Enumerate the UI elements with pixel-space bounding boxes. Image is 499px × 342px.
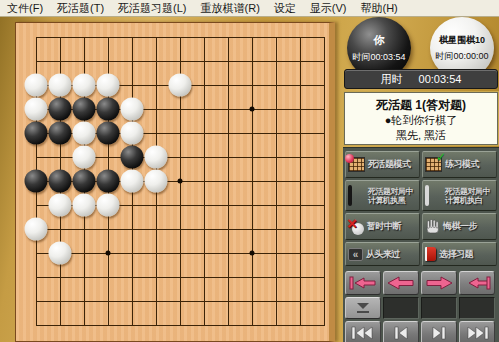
elapsed-label: 用时 [381,72,403,87]
cancel-stone-icon: × [348,219,364,235]
black-player-time: 时间00:03:54 [352,51,405,64]
black-stone [121,146,144,169]
back-button[interactable] [383,271,419,295]
jump-last-button[interactable] [459,271,495,295]
white-stone [49,74,72,97]
skip-to-end-icon [462,325,492,341]
problem-info-box: 死活题 1(答对题) ●轮到你行棋了 黑先, 黑活 [344,92,498,145]
white-stone [145,170,168,193]
pause-button[interactable]: × 暂时中断 [345,213,420,240]
white-stone [49,194,72,217]
black-computer-icon [348,187,365,205]
right-arrow-icon [424,275,454,291]
problem-title: 死活题 1(答对题) [345,97,497,113]
turn-status: ●轮到你行棋了 [345,113,497,128]
menu-view[interactable]: 显示(V) [303,0,354,17]
hand-icon [425,219,440,234]
board-red-stone-icon [348,157,365,172]
jump-first-button[interactable] [345,271,381,295]
white-stone [169,74,192,97]
menu-help[interactable]: 帮助(H) [354,0,405,17]
menu-replay-record[interactable]: 重放棋谱(R) [194,0,267,17]
black-stone [49,122,72,145]
black-stone [73,98,96,121]
menu-problem-exercises[interactable]: 死活题习题(L) [111,0,193,17]
menu-problems[interactable]: 死活题(T) [50,0,111,17]
bar-left-arrow-icon [348,275,378,291]
board-check-icon: ✓ [425,157,442,172]
white-stone [73,146,96,169]
restart-icon: « [348,248,363,261]
white-stone [73,122,96,145]
white-stone [97,194,120,217]
elapsed-time-bar: 用时 00:03:54 [344,69,498,89]
step-back-icon [386,325,416,341]
black-stone [97,122,120,145]
select-exercise-button[interactable]: 选择习题 [422,242,497,266]
white-stone [25,98,48,121]
white-stone [97,74,120,97]
white-stone [25,218,48,241]
white-stone [121,170,144,193]
left-arrow-icon [386,275,416,291]
side-panel: 你 时间00:03:54 棋星围棋10 时间00:00:00 用时 00:03:… [343,17,499,342]
forward-button[interactable] [421,271,457,295]
white-computer-icon [425,187,442,205]
star-point [106,251,111,256]
menu-settings[interactable]: 设定 [267,0,303,17]
restart-button[interactable]: « 从头来过 [345,242,420,266]
empty-slot [421,297,457,319]
star-point [250,107,255,112]
jump-end-button[interactable] [459,321,495,342]
white-stone [73,74,96,97]
computer-plays-black-button[interactable]: 死活题对局中 计算机执黑 [345,180,420,211]
app-window: 文件(F) 死活题(T) 死活题习题(L) 重放棋谱(R) 设定 显示(V) 帮… [0,0,499,342]
arrow-bar-right-icon [462,275,492,291]
menu-file[interactable]: 文件(F) [0,0,50,17]
go-board[interactable] [15,22,335,342]
white-player-time: 时间00:00:00 [435,50,488,63]
step-forward-icon [424,325,454,341]
white-stone [49,242,72,265]
black-player-name: 你 [374,33,385,48]
computer-plays-white-button[interactable]: 死活题对局中 计算机执白 [422,180,497,211]
undo-move-button[interactable]: 悔棋一步 [422,213,497,240]
jump-start-button[interactable] [345,321,381,342]
empty-slot [459,297,495,319]
black-stone [97,98,120,121]
elapsed-value: 00:03:54 [419,73,462,85]
black-stone [49,98,72,121]
empty-slot [383,297,419,319]
black-stone [49,170,72,193]
skip-to-start-icon [348,325,378,341]
problem-task: 黑先, 黑活 [345,128,497,143]
menu-bar: 文件(F) 死活题(T) 死活题习题(L) 重放棋谱(R) 设定 显示(V) 帮… [0,0,499,17]
black-stone [73,170,96,193]
black-stone [25,170,48,193]
black-stone [25,122,48,145]
star-point [178,179,183,184]
white-player-name: 棋星围棋10 [439,34,485,47]
triangle-bar-down-icon [353,301,373,315]
step-forward-button[interactable] [421,321,457,342]
white-stone [145,146,168,169]
black-stone [97,170,120,193]
white-stone [25,74,48,97]
step-back-button[interactable] [383,321,419,342]
problem-mode-button[interactable]: 死活题模式 [345,151,420,178]
white-stone [73,194,96,217]
red-book-icon [425,247,436,261]
practice-mode-button[interactable]: ✓ 练习模式 [422,151,497,178]
to-end-button[interactable] [345,297,381,319]
button-panel: 死活题模式 ✓ 练习模式 死活题对局中 计算机执黑 死活题对局中 计算机执白 [343,147,499,342]
white-stone [121,98,144,121]
star-point [250,251,255,256]
white-stone [121,122,144,145]
